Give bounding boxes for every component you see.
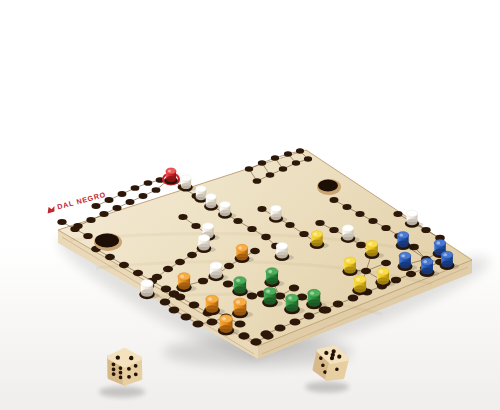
peg-white (179, 175, 197, 192)
corner-hole (94, 233, 122, 251)
scene-svg: DAL NEGRO (0, 0, 500, 410)
dal-negro-logo: DAL NEGRO (46, 190, 107, 215)
die-shadow (305, 382, 349, 393)
corner-hole (317, 179, 341, 195)
product-photo-stage: DAL NEGRO (0, 0, 500, 410)
brand-text: DAL NEGRO (56, 190, 107, 212)
die-shadow (99, 386, 145, 397)
dal-negro-logo-mark (46, 205, 56, 213)
peg-white (405, 210, 424, 228)
die-1 (108, 349, 142, 385)
